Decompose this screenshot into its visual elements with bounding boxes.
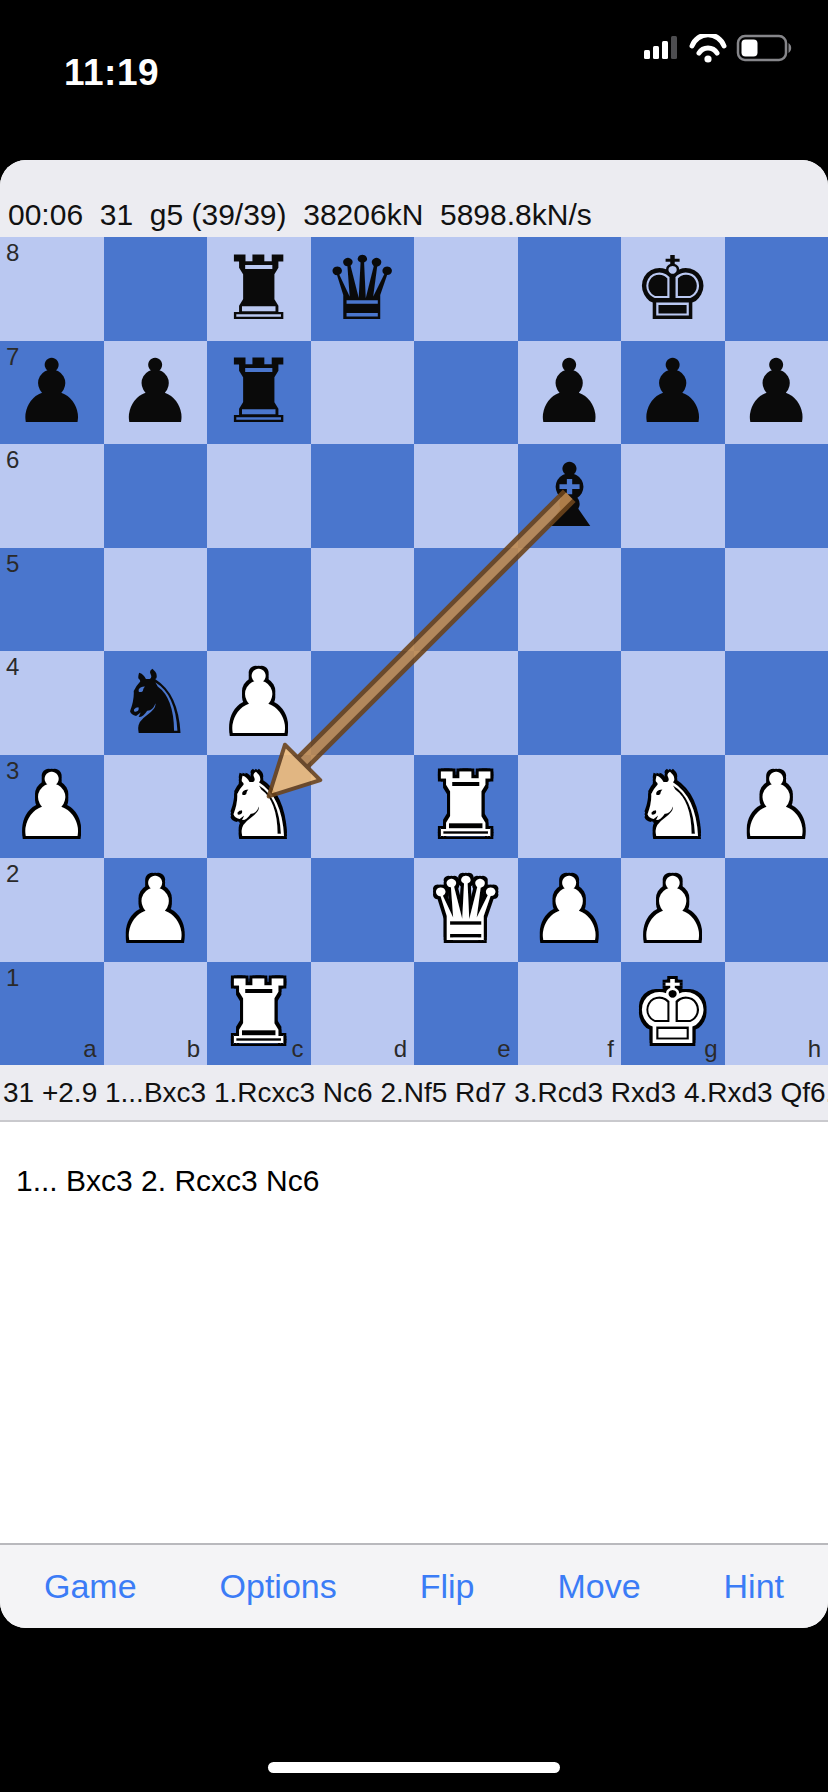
square-c7[interactable]: ♜	[207, 341, 311, 445]
square-g7[interactable]: ♟	[621, 341, 725, 445]
square-g6[interactable]	[621, 444, 725, 548]
square-e2[interactable]: ♛	[414, 858, 518, 962]
status-icons	[644, 34, 794, 68]
rank-label-1: 1	[6, 964, 19, 992]
square-b5[interactable]	[104, 548, 208, 652]
square-b1[interactable]: b	[104, 962, 208, 1066]
game-button[interactable]: Game	[44, 1567, 137, 1606]
chess-app-panel: 00:06 31 g5 (39/39) 38206kN 5898.8kN/s 8…	[0, 160, 828, 1628]
square-f3[interactable]	[518, 755, 622, 859]
black-pawn-b7: ♟	[116, 348, 195, 436]
square-c6[interactable]	[207, 444, 311, 548]
square-h5[interactable]	[725, 548, 828, 652]
square-f2[interactable]: ♟	[518, 858, 622, 962]
status-bar: 11:19	[0, 0, 828, 160]
square-c3[interactable]: ♞	[207, 755, 311, 859]
black-pawn-g7: ♟	[633, 348, 712, 436]
square-b6[interactable]	[104, 444, 208, 548]
black-pawn-a7: ♟	[12, 348, 91, 436]
white-pawn-g2: ♟	[633, 866, 712, 954]
square-g1[interactable]: ♚g	[621, 962, 725, 1066]
square-b4[interactable]: ♞	[104, 651, 208, 755]
square-g2[interactable]: ♟	[621, 858, 725, 962]
square-e7[interactable]	[414, 341, 518, 445]
white-rook-e3: ♜	[426, 762, 505, 850]
square-c1[interactable]: ♜c	[207, 962, 311, 1066]
file-label-c: c	[292, 1035, 304, 1063]
square-g5[interactable]	[621, 548, 725, 652]
black-rook-c8: ♜	[219, 245, 298, 333]
square-h3[interactable]: ♟	[725, 755, 828, 859]
square-d8[interactable]: ♛	[311, 237, 415, 341]
square-h6[interactable]	[725, 444, 828, 548]
flip-button[interactable]: Flip	[420, 1567, 475, 1606]
square-e1[interactable]: e	[414, 962, 518, 1066]
square-a8[interactable]: 8	[0, 237, 104, 341]
wifi-icon	[692, 35, 724, 63]
square-d2[interactable]	[311, 858, 415, 962]
black-knight-b4: ♞	[116, 659, 195, 747]
white-pawn-a3: ♟	[12, 762, 91, 850]
square-f4[interactable]	[518, 651, 622, 755]
engine-status-text: 00:06 31 g5 (39/39) 38206kN 5898.8kN/s	[0, 198, 592, 237]
black-bishop-f6: ♝	[530, 452, 609, 540]
square-a4[interactable]: 4	[0, 651, 104, 755]
white-pawn-h3: ♟	[737, 762, 816, 850]
rank-label-2: 2	[6, 860, 19, 888]
cellular-signal-icon	[644, 36, 677, 59]
square-f8[interactable]	[518, 237, 622, 341]
file-label-e: e	[497, 1035, 510, 1063]
rank-label-7: 7	[6, 343, 19, 371]
square-c5[interactable]	[207, 548, 311, 652]
square-d7[interactable]	[311, 341, 415, 445]
square-e5[interactable]	[414, 548, 518, 652]
square-b2[interactable]: ♟	[104, 858, 208, 962]
file-label-f: f	[607, 1035, 614, 1063]
square-d4[interactable]	[311, 651, 415, 755]
rank-label-3: 3	[6, 757, 19, 785]
square-h4[interactable]	[725, 651, 828, 755]
file-label-b: b	[187, 1035, 200, 1063]
white-rook-c1: ♜	[219, 969, 298, 1057]
black-rook-c7: ♜	[219, 348, 298, 436]
square-h7[interactable]: ♟	[725, 341, 828, 445]
square-h2[interactable]	[725, 858, 828, 962]
square-d3[interactable]	[311, 755, 415, 859]
move-list-text: 1... Bxc3 2. Rcxc3 Nc6	[0, 1122, 828, 1198]
move-button[interactable]: Move	[557, 1567, 640, 1606]
square-f1[interactable]: f	[518, 962, 622, 1066]
square-h1[interactable]: h	[725, 962, 828, 1066]
square-g8[interactable]: ♚	[621, 237, 725, 341]
file-label-h: h	[808, 1035, 821, 1063]
square-d1[interactable]: d	[311, 962, 415, 1066]
phone-screen: { "game": "chess", "position": { "fen": …	[0, 0, 828, 1792]
square-e6[interactable]	[414, 444, 518, 548]
square-b8[interactable]	[104, 237, 208, 341]
square-b3[interactable]	[104, 755, 208, 859]
rank-label-8: 8	[6, 239, 19, 267]
square-e3[interactable]: ♜	[414, 755, 518, 859]
move-list-area: 1... Bxc3 2. Rcxc3 Nc6	[0, 1122, 828, 1543]
square-a2[interactable]: 2	[0, 858, 104, 962]
square-a6[interactable]: 6	[0, 444, 104, 548]
square-e8[interactable]	[414, 237, 518, 341]
rank-label-5: 5	[6, 550, 19, 578]
chess-board: 8♜♛♚♟7♟♜♟♟♟6♝54♞♟♟3♞♜♞♟2♟♛♟♟1ab♜cdef♚gh	[0, 237, 828, 1065]
analysis-strip: 31 +2.9 1...Bxc3 1.Rcxc3 Nc6 2.Nf5 Rd7 3…	[0, 1065, 828, 1122]
square-a3[interactable]: ♟3	[0, 755, 104, 859]
engine-analysis-line: 31 +2.9 1...Bxc3 1.Rcxc3 Nc6 2.Nf5 Rd7 3…	[0, 1077, 828, 1109]
options-button[interactable]: Options	[220, 1567, 337, 1606]
square-h8[interactable]	[725, 237, 828, 341]
square-f6[interactable]: ♝	[518, 444, 622, 548]
square-f5[interactable]	[518, 548, 622, 652]
bottom-toolbar: GameOptionsFlipMoveHint	[0, 1543, 828, 1628]
square-c8[interactable]: ♜	[207, 237, 311, 341]
white-knight-c3: ♞	[219, 762, 298, 850]
square-e4[interactable]	[414, 651, 518, 755]
white-knight-g3: ♞	[633, 762, 712, 850]
square-a5[interactable]: 5	[0, 548, 104, 652]
white-queen-e2: ♛	[426, 866, 505, 954]
white-king-g1: ♚	[633, 969, 712, 1057]
clock-time: 11:19	[64, 52, 159, 94]
battery-icon	[738, 36, 791, 60]
white-pawn-b2: ♟	[116, 866, 195, 954]
square-b7[interactable]: ♟	[104, 341, 208, 445]
file-label-a: a	[83, 1035, 96, 1063]
black-queen-d8: ♛	[323, 245, 402, 333]
square-g3[interactable]: ♞	[621, 755, 725, 859]
file-label-g: g	[704, 1035, 717, 1063]
square-g4[interactable]	[621, 651, 725, 755]
file-label-d: d	[394, 1035, 407, 1063]
hint-button[interactable]: Hint	[724, 1567, 784, 1606]
square-d5[interactable]	[311, 548, 415, 652]
square-c2[interactable]	[207, 858, 311, 962]
engine-status-strip: 00:06 31 g5 (39/39) 38206kN 5898.8kN/s	[0, 160, 828, 237]
square-c4[interactable]: ♟	[207, 651, 311, 755]
rank-label-6: 6	[6, 446, 19, 474]
square-d6[interactable]	[311, 444, 415, 548]
home-indicator[interactable]	[268, 1762, 560, 1773]
white-pawn-c4: ♟	[219, 659, 298, 747]
black-king-g8: ♚	[633, 245, 712, 333]
square-f7[interactable]: ♟	[518, 341, 622, 445]
rank-label-4: 4	[6, 653, 19, 681]
black-pawn-f7: ♟	[530, 348, 609, 436]
square-a1[interactable]: 1a	[0, 962, 104, 1066]
white-pawn-f2: ♟	[530, 866, 609, 954]
square-a7[interactable]: ♟7	[0, 341, 104, 445]
black-pawn-h7: ♟	[737, 348, 816, 436]
